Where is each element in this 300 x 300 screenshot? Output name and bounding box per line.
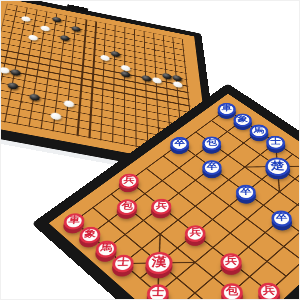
janggi-piece-character: 馬 [253, 127, 264, 135]
go-stone-black[interactable] [9, 68, 20, 76]
go-hoshi-point [155, 85, 158, 87]
go-stone-black[interactable] [28, 93, 39, 101]
go-stone-black[interactable] [71, 25, 81, 32]
go-hoshi-point [20, 101, 24, 104]
janggi-piece-character: 車 [67, 216, 80, 225]
go-stone-white[interactable] [50, 111, 61, 120]
go-hoshi-point [154, 49, 157, 51]
go-stone-black[interactable] [7, 82, 19, 90]
janggi-piece-character: 楚 [270, 161, 284, 171]
go-stone-black[interactable] [59, 34, 69, 41]
janggi-piece-character: 包 [206, 139, 217, 147]
go-stone-white[interactable] [40, 25, 50, 32]
janggi-piece-character: 士 [270, 138, 281, 146]
janggi-piece-character: 兵 [123, 177, 135, 185]
go-stone-white[interactable] [20, 15, 30, 22]
janggi-piece-character: 兵 [189, 229, 201, 238]
janggi-piece-character: 漢 [151, 256, 167, 268]
go-stone-white[interactable] [172, 80, 182, 88]
janggi-piece-character: 卒 [275, 214, 287, 223]
go-stone-black[interactable] [162, 72, 172, 79]
janggi-piece-character: 卒 [174, 140, 185, 148]
janggi-piece-character: 包 [121, 202, 133, 211]
go-stone-white[interactable] [63, 99, 74, 107]
go-stone-black[interactable] [120, 70, 130, 78]
go-hoshi-point [92, 73, 95, 75]
janggi-piece-character: 卒 [240, 188, 251, 197]
go-hoshi-point [94, 37, 97, 39]
go-stone-white[interactable] [152, 76, 162, 84]
go-hoshi-point [89, 114, 92, 117]
janggi-piece-character: 兵 [155, 202, 167, 211]
go-stone-white[interactable] [0, 66, 10, 74]
go-hoshi-point [157, 127, 160, 130]
go-stone-white[interactable] [100, 54, 110, 61]
janggi-piece-character: 象 [237, 116, 247, 123]
janggi-piece-character: 馬 [99, 244, 112, 254]
go-stone-black[interactable] [110, 50, 119, 57]
janggi-piece-character: 兵 [262, 286, 275, 296]
janggi-piece-character: 兵 [225, 257, 237, 267]
janggi-piece-character: 象 [83, 230, 96, 239]
go-hoshi-point [27, 60, 30, 62]
go-stone-black[interactable] [141, 74, 151, 82]
go-hoshi-point [33, 25, 36, 27]
product-photo-stage: 車象馬士士象馬車漢包包兵兵兵兵兵車象馬士士象馬車楚包包卒卒卒卒卒 [0, 0, 300, 300]
go-stone-black[interactable] [52, 16, 62, 23]
janggi-piece-character: 車 [221, 105, 231, 112]
janggi-piece-character: 包 [225, 287, 237, 297]
janggi-piece-character: 士 [151, 288, 164, 298]
janggi-piece-character: 士 [116, 258, 129, 268]
janggi-piece-character: 卒 [206, 163, 217, 171]
go-stone-white[interactable] [27, 34, 37, 41]
